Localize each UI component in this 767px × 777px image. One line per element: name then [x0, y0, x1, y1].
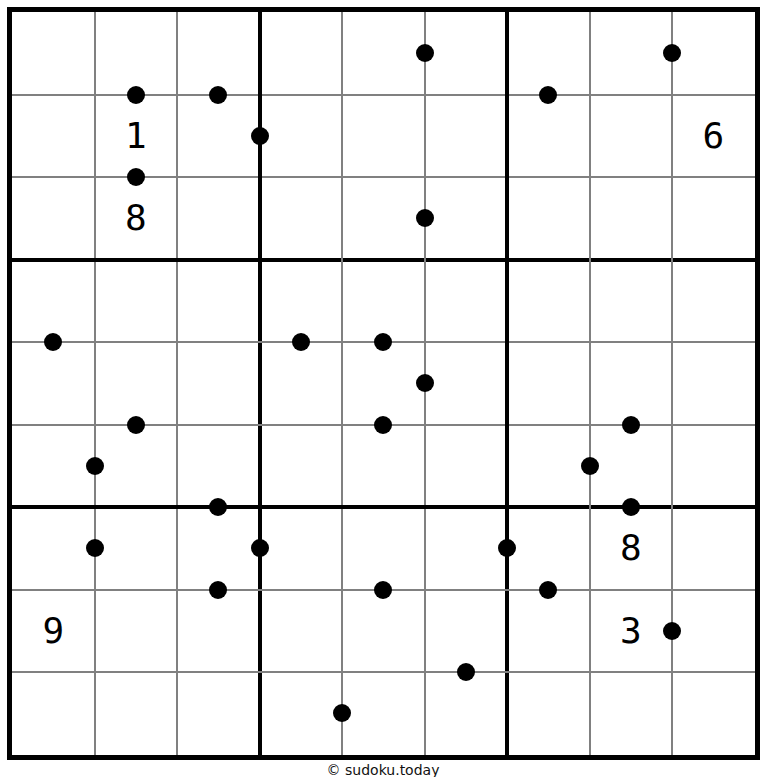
grid-cell-r7c9[interactable]: [672, 507, 755, 590]
grid-cell-r3c4[interactable]: [260, 177, 343, 260]
grid-cell-r6c4[interactable]: [260, 425, 343, 508]
grid-cell-r4c5[interactable]: [342, 260, 425, 343]
black-dot-r7c6-r7c7: [498, 539, 516, 557]
black-dot-r7c1-r7c2: [86, 539, 104, 557]
grid-cell-r1c9[interactable]: [672, 12, 755, 95]
grid-cell-r8c2[interactable]: [95, 590, 178, 673]
black-dot-r1c7-r2c7: [539, 86, 557, 104]
grid-cell-r4c8[interactable]: [590, 260, 673, 343]
grid-cell-r8c9[interactable]: [672, 590, 755, 673]
grid-cell-r9c5[interactable]: [342, 672, 425, 755]
black-dot-r5c5-r6c5: [374, 416, 392, 434]
given-cell-r2c2[interactable]: 1: [95, 95, 178, 178]
box-border-vertical: [505, 12, 509, 755]
grid-cell-r9c1[interactable]: [12, 672, 95, 755]
grid-cell-r2c1[interactable]: [12, 95, 95, 178]
grid-line-vertical: [671, 12, 673, 755]
grid-cell-r1c1[interactable]: [12, 12, 95, 95]
grid-cell-r4c3[interactable]: [177, 260, 260, 343]
grid-line-horizontal: [12, 176, 755, 178]
grid-cell-r5c1[interactable]: [12, 342, 95, 425]
black-dot-r4c4-r5c4: [292, 333, 310, 351]
black-dot-r6c1-r6c2: [86, 457, 104, 475]
grid-cell-r9c6[interactable]: [425, 672, 508, 755]
grid-cell-r5c7[interactable]: [507, 342, 590, 425]
grid-cell-r8c4[interactable]: [260, 590, 343, 673]
grid-cell-r1c5[interactable]: [342, 12, 425, 95]
black-dot-r8c8-r8c9: [663, 622, 681, 640]
grid-cell-r5c6[interactable]: [425, 342, 508, 425]
grid-cell-r7c2[interactable]: [95, 507, 178, 590]
grid-cell-r8c6[interactable]: [425, 590, 508, 673]
box-border-horizontal: [12, 258, 755, 262]
given-cell-r2c9[interactable]: 6: [672, 95, 755, 178]
grid-cell-r7c7[interactable]: [507, 507, 590, 590]
black-dot-r8c6-r9c6: [457, 663, 475, 681]
grid-cell-r5c5[interactable]: [342, 342, 425, 425]
copyright-text: © sudoku.today: [7, 762, 759, 777]
grid-cell-r6c1[interactable]: [12, 425, 95, 508]
grid-cell-r6c2[interactable]: [95, 425, 178, 508]
grid-cell-r3c1[interactable]: [12, 177, 95, 260]
grid-cell-r3c5[interactable]: [342, 177, 425, 260]
grid-cell-r1c8[interactable]: [590, 12, 673, 95]
grid-cell-r8c5[interactable]: [342, 590, 425, 673]
black-dot-r6c7-r6c8: [581, 457, 599, 475]
grid-cell-r4c7[interactable]: [507, 260, 590, 343]
box-border-vertical: [258, 12, 262, 755]
box-border-horizontal: [12, 505, 755, 509]
grid-cell-r4c4[interactable]: [260, 260, 343, 343]
grid-cell-r1c6[interactable]: [425, 12, 508, 95]
grid-cell-r3c9[interactable]: [672, 177, 755, 260]
grid-cell-r3c8[interactable]: [590, 177, 673, 260]
grid-cell-r9c7[interactable]: [507, 672, 590, 755]
grid-cell-r7c1[interactable]: [12, 507, 95, 590]
grid-cell-r7c5[interactable]: [342, 507, 425, 590]
black-dot-r7c7-r8c7: [539, 581, 557, 599]
black-dot-r6c3-r7c3: [209, 498, 227, 516]
grid-cell-r2c5[interactable]: [342, 95, 425, 178]
grid-line-horizontal: [12, 671, 755, 673]
grid-cell-r6c8[interactable]: [590, 425, 673, 508]
grid-cell-r1c3[interactable]: [177, 12, 260, 95]
given-cell-r3c2[interactable]: 8: [95, 177, 178, 260]
grid-cell-r6c7[interactable]: [507, 425, 590, 508]
grid-cell-r2c3[interactable]: [177, 95, 260, 178]
given-cell-r8c1[interactable]: 9: [12, 590, 95, 673]
grid-cell-r1c2[interactable]: [95, 12, 178, 95]
black-dot-r3c5-r3c6: [416, 209, 434, 227]
grid-cell-r3c3[interactable]: [177, 177, 260, 260]
grid-cell-r7c4[interactable]: [260, 507, 343, 590]
black-dot-r7c3-r7c4: [251, 539, 269, 557]
black-dot-r5c8-r6c8: [622, 416, 640, 434]
grid-cell-r9c3[interactable]: [177, 672, 260, 755]
black-dot-r1c8-r1c9: [663, 44, 681, 62]
grid-cell-r9c4[interactable]: [260, 672, 343, 755]
grid-cell-r4c1[interactable]: [12, 260, 95, 343]
grid-line-horizontal: [12, 94, 755, 96]
black-dot-r4c5-r5c5: [374, 333, 392, 351]
black-dot-r6c8-r7c8: [622, 498, 640, 516]
grid-cell-r8c7[interactable]: [507, 590, 590, 673]
grid-cell-r6c9[interactable]: [672, 425, 755, 508]
grid-cell-r5c8[interactable]: [590, 342, 673, 425]
black-dot-r7c5-r8c5: [374, 581, 392, 599]
grid-cell-r3c7[interactable]: [507, 177, 590, 260]
black-dot-r1c5-r1c6: [416, 44, 434, 62]
grid-cell-r8c3[interactable]: [177, 590, 260, 673]
grid-cell-r4c9[interactable]: [672, 260, 755, 343]
grid-cell-r5c3[interactable]: [177, 342, 260, 425]
black-dot-r1c2-r2c2: [127, 86, 145, 104]
black-dot-r5c2-r6c2: [127, 416, 145, 434]
black-dot-r9c4-r9c5: [333, 704, 351, 722]
grid-cell-r1c7[interactable]: [507, 12, 590, 95]
black-dot-r7c3-r8c3: [209, 581, 227, 599]
sudoku-board: 168893: [7, 7, 760, 760]
grid-cell-r2c7[interactable]: [507, 95, 590, 178]
grid-cell-r5c4[interactable]: [260, 342, 343, 425]
black-dot-r1c3-r2c3: [209, 86, 227, 104]
grid-cell-r9c8[interactable]: [590, 672, 673, 755]
grid-cell-r6c3[interactable]: [177, 425, 260, 508]
grid-line-vertical: [94, 12, 96, 755]
grid-cell-r3c6[interactable]: [425, 177, 508, 260]
given-cell-r7c8[interactable]: 8: [590, 507, 673, 590]
grid-cell-r1c4[interactable]: [260, 12, 343, 95]
grid-line-vertical: [589, 12, 591, 755]
grid-cell-r6c5[interactable]: [342, 425, 425, 508]
grid-cell-r2c8[interactable]: [590, 95, 673, 178]
grid-cell-r5c2[interactable]: [95, 342, 178, 425]
puzzle-page: 168893 © sudoku.today: [0, 0, 767, 777]
grid-cell-r9c2[interactable]: [95, 672, 178, 755]
black-dot-r2c2-r3c2: [127, 168, 145, 186]
black-dot-r5c5-r5c6: [416, 374, 434, 392]
black-dot-r2c3-r2c4: [251, 127, 269, 145]
grid-cell-r7c3[interactable]: [177, 507, 260, 590]
grid-line-vertical: [176, 12, 178, 755]
grid-line-vertical: [341, 12, 343, 755]
grid-cell-r5c9[interactable]: [672, 342, 755, 425]
grid-cell-r9c9[interactable]: [672, 672, 755, 755]
black-dot-r4c1-r5c1: [44, 333, 62, 351]
grid-cell-r2c4[interactable]: [260, 95, 343, 178]
grid-cell-r7c6[interactable]: [425, 507, 508, 590]
grid-cell-r4c6[interactable]: [425, 260, 508, 343]
grid-cell-r2c6[interactable]: [425, 95, 508, 178]
grid-cell-r4c2[interactable]: [95, 260, 178, 343]
grid-cell-r6c6[interactable]: [425, 425, 508, 508]
given-cell-r8c8[interactable]: 3: [590, 590, 673, 673]
